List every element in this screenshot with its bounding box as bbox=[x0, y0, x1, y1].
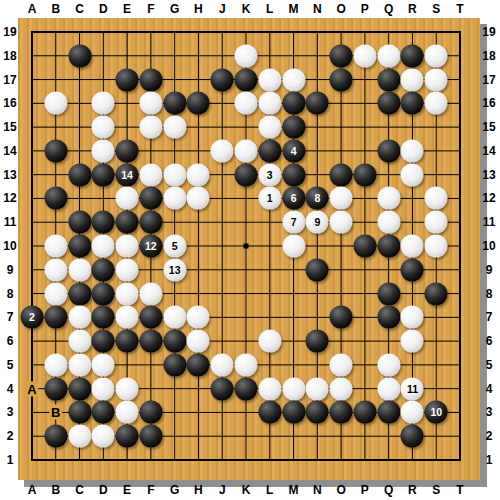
black-stone bbox=[353, 163, 376, 186]
coord-col-bottom: K bbox=[242, 483, 251, 497]
coord-row-right: 7 bbox=[486, 310, 493, 324]
black-stone bbox=[92, 163, 115, 186]
coord-row-right: 11 bbox=[483, 215, 496, 229]
coord-row-right: 14 bbox=[482, 144, 495, 158]
white-stone bbox=[330, 353, 353, 376]
white-stone bbox=[163, 116, 186, 139]
black-stone bbox=[116, 425, 139, 448]
white-stone bbox=[425, 187, 448, 210]
white-stone bbox=[235, 92, 258, 115]
white-stone bbox=[68, 306, 91, 329]
black-stone bbox=[116, 330, 139, 353]
white-stone bbox=[425, 211, 448, 234]
move-number-label: 8 bbox=[314, 193, 320, 204]
white-stone bbox=[92, 116, 115, 139]
black-stone bbox=[258, 401, 281, 424]
coord-col-bottom: M bbox=[289, 483, 299, 497]
white-stone bbox=[92, 353, 115, 376]
white-stone bbox=[425, 235, 448, 258]
coord-col-top: E bbox=[123, 2, 131, 16]
black-stone bbox=[353, 235, 376, 258]
coord-row-right: 8 bbox=[486, 287, 493, 301]
black-stone bbox=[282, 92, 305, 115]
black-stone bbox=[377, 282, 400, 305]
black-stone bbox=[425, 282, 448, 305]
black-stone bbox=[330, 44, 353, 67]
black-stone bbox=[306, 401, 329, 424]
black-stone bbox=[139, 425, 162, 448]
coord-row-left: 2 bbox=[7, 429, 14, 443]
black-stone bbox=[44, 139, 67, 162]
black-stone bbox=[211, 377, 234, 400]
coord-col-top: M bbox=[289, 2, 299, 16]
white-stone bbox=[139, 116, 162, 139]
coord-col-bottom: B bbox=[51, 483, 60, 497]
coord-row-right: 19 bbox=[482, 25, 495, 39]
black-stone bbox=[377, 401, 400, 424]
coord-col-top: C bbox=[75, 2, 84, 16]
black-stone bbox=[330, 401, 353, 424]
black-stone bbox=[330, 163, 353, 186]
black-stone bbox=[92, 306, 115, 329]
white-stone bbox=[68, 353, 91, 376]
black-stone bbox=[139, 401, 162, 424]
coord-col-bottom: H bbox=[194, 483, 203, 497]
black-stone bbox=[401, 258, 424, 281]
coord-row-right: 6 bbox=[486, 334, 493, 348]
white-stone bbox=[377, 44, 400, 67]
coord-col-bottom: N bbox=[313, 483, 322, 497]
black-stone bbox=[235, 68, 258, 91]
coord-col-top: P bbox=[361, 2, 369, 16]
coord-row-right: 12 bbox=[482, 191, 495, 205]
black-stone bbox=[377, 139, 400, 162]
black-stone bbox=[377, 68, 400, 91]
white-stone bbox=[330, 211, 353, 234]
coord-col-top: L bbox=[266, 2, 273, 16]
coord-col-top: O bbox=[336, 2, 345, 16]
go-diagram: AABBCCDDEEFFGGHHJJKKLLMMNNOOPPQQRRSSTT19… bbox=[0, 0, 500, 500]
black-stone bbox=[282, 116, 305, 139]
white-stone bbox=[116, 235, 139, 258]
white-stone bbox=[44, 282, 67, 305]
white-stone bbox=[187, 187, 210, 210]
black-stone bbox=[92, 330, 115, 353]
white-stone bbox=[92, 235, 115, 258]
white-stone bbox=[68, 425, 91, 448]
white-stone bbox=[401, 235, 424, 258]
black-stone bbox=[44, 425, 67, 448]
black-stone bbox=[401, 425, 424, 448]
white-stone bbox=[235, 44, 258, 67]
black-stone bbox=[306, 330, 329, 353]
white-stone bbox=[68, 330, 91, 353]
white-stone bbox=[377, 211, 400, 234]
black-stone bbox=[401, 92, 424, 115]
coord-col-top: K bbox=[242, 2, 251, 16]
white-stone bbox=[425, 68, 448, 91]
coord-row-right: 18 bbox=[482, 49, 495, 63]
coord-row-right: 17 bbox=[482, 73, 495, 87]
white-stone bbox=[44, 92, 67, 115]
black-stone bbox=[139, 306, 162, 329]
coord-col-top: B bbox=[51, 2, 60, 16]
black-stone bbox=[44, 306, 67, 329]
coord-row-right: 4 bbox=[486, 382, 493, 396]
move-number-label: 13 bbox=[169, 264, 181, 275]
coord-col-bottom: P bbox=[361, 483, 369, 497]
black-stone bbox=[116, 139, 139, 162]
coord-row-right: 16 bbox=[482, 96, 495, 110]
white-stone bbox=[330, 187, 353, 210]
coord-col-bottom: J bbox=[219, 483, 226, 497]
coord-col-top: G bbox=[170, 2, 179, 16]
move-number-label: 5 bbox=[172, 241, 178, 252]
move-number-label: 7 bbox=[291, 217, 297, 228]
black-stone bbox=[92, 211, 115, 234]
white-stone bbox=[282, 377, 305, 400]
white-stone bbox=[425, 92, 448, 115]
coord-row-left: 1 bbox=[7, 453, 14, 467]
coord-col-bottom: T bbox=[456, 483, 463, 497]
white-stone bbox=[258, 116, 281, 139]
coord-row-right: 13 bbox=[482, 168, 495, 182]
black-stone bbox=[163, 330, 186, 353]
coord-row-left: 15 bbox=[3, 120, 16, 134]
coord-row-left: 12 bbox=[3, 191, 16, 205]
white-stone bbox=[330, 377, 353, 400]
white-stone bbox=[401, 401, 424, 424]
black-stone bbox=[163, 353, 186, 376]
coord-row-right: 15 bbox=[482, 120, 495, 134]
black-stone bbox=[235, 163, 258, 186]
coord-row-left: 6 bbox=[7, 334, 14, 348]
coord-row-left: 7 bbox=[7, 310, 14, 324]
move-number-label: 11 bbox=[407, 383, 418, 394]
black-stone bbox=[139, 211, 162, 234]
coord-row-right: 5 bbox=[486, 358, 493, 372]
coord-row-left: 17 bbox=[3, 73, 16, 87]
black-stone bbox=[68, 235, 91, 258]
white-stone bbox=[116, 401, 139, 424]
coord-col-bottom: R bbox=[408, 483, 417, 497]
coord-col-top: S bbox=[432, 2, 440, 16]
black-stone bbox=[330, 306, 353, 329]
black-stone bbox=[163, 92, 186, 115]
white-stone bbox=[235, 353, 258, 376]
coord-col-bottom: O bbox=[336, 483, 345, 497]
black-stone bbox=[92, 282, 115, 305]
white-stone bbox=[92, 92, 115, 115]
white-stone bbox=[235, 139, 258, 162]
white-stone bbox=[258, 377, 281, 400]
black-stone bbox=[187, 92, 210, 115]
coord-col-bottom: C bbox=[75, 483, 84, 497]
white-stone bbox=[139, 282, 162, 305]
white-stone bbox=[377, 187, 400, 210]
black-stone bbox=[353, 401, 376, 424]
white-stone bbox=[116, 258, 139, 281]
black-stone bbox=[187, 353, 210, 376]
black-stone bbox=[282, 401, 305, 424]
coord-col-top: F bbox=[147, 2, 154, 16]
coord-row-left: 19 bbox=[3, 25, 16, 39]
black-stone bbox=[235, 377, 258, 400]
white-stone bbox=[139, 92, 162, 115]
coord-col-bottom: F bbox=[147, 483, 154, 497]
coord-col-top: N bbox=[313, 2, 322, 16]
black-stone bbox=[68, 211, 91, 234]
coord-row-right: 2 bbox=[486, 429, 493, 443]
move-number-label: 6 bbox=[291, 193, 297, 204]
coord-col-top: R bbox=[408, 2, 417, 16]
move-number-label: 9 bbox=[314, 217, 320, 228]
white-stone bbox=[187, 306, 210, 329]
black-stone bbox=[139, 187, 162, 210]
coord-row-left: 9 bbox=[7, 263, 14, 277]
point-letter-label: B bbox=[49, 405, 62, 420]
coord-row-right: 9 bbox=[486, 263, 493, 277]
black-stone bbox=[116, 211, 139, 234]
black-stone bbox=[258, 139, 281, 162]
move-number-label: 10 bbox=[430, 407, 442, 418]
black-stone bbox=[377, 92, 400, 115]
coord-row-left: 5 bbox=[7, 358, 14, 372]
white-stone bbox=[116, 282, 139, 305]
white-stone bbox=[116, 187, 139, 210]
coord-row-left: 13 bbox=[3, 168, 16, 182]
white-stone bbox=[68, 258, 91, 281]
black-stone bbox=[377, 306, 400, 329]
white-stone bbox=[353, 44, 376, 67]
black-stone bbox=[92, 258, 115, 281]
coord-col-bottom: L bbox=[266, 483, 273, 497]
white-stone bbox=[139, 163, 162, 186]
white-stone bbox=[163, 163, 186, 186]
black-stone bbox=[68, 377, 91, 400]
black-stone bbox=[401, 44, 424, 67]
white-stone bbox=[377, 377, 400, 400]
white-stone bbox=[163, 187, 186, 210]
move-number-label: 14 bbox=[121, 169, 133, 180]
black-stone bbox=[44, 187, 67, 210]
white-stone bbox=[92, 425, 115, 448]
coord-row-right: 3 bbox=[486, 405, 493, 419]
coord-col-bottom: D bbox=[99, 483, 108, 497]
white-stone bbox=[258, 92, 281, 115]
white-stone bbox=[44, 353, 67, 376]
move-number-label: 4 bbox=[291, 145, 297, 156]
coord-row-right: 1 bbox=[486, 453, 493, 467]
coord-row-left: 11 bbox=[4, 215, 17, 229]
coord-col-top: Q bbox=[384, 2, 393, 16]
coord-col-top: A bbox=[28, 2, 37, 16]
black-stone bbox=[92, 401, 115, 424]
white-stone bbox=[401, 68, 424, 91]
coord-col-bottom: A bbox=[28, 483, 37, 497]
white-stone bbox=[401, 163, 424, 186]
coord-col-top: J bbox=[219, 2, 226, 16]
white-stone bbox=[163, 306, 186, 329]
black-stone bbox=[211, 68, 234, 91]
white-stone bbox=[401, 330, 424, 353]
coord-row-left: 4 bbox=[7, 382, 14, 396]
coord-col-bottom: Q bbox=[384, 483, 393, 497]
white-stone bbox=[187, 330, 210, 353]
star-point bbox=[244, 244, 249, 249]
black-stone bbox=[377, 235, 400, 258]
black-stone bbox=[282, 163, 305, 186]
white-stone bbox=[92, 377, 115, 400]
white-stone bbox=[116, 306, 139, 329]
white-stone bbox=[211, 139, 234, 162]
coord-row-left: 8 bbox=[7, 287, 14, 301]
white-stone bbox=[116, 377, 139, 400]
coord-col-bottom: E bbox=[123, 483, 131, 497]
point-letter-label: A bbox=[25, 381, 38, 396]
white-stone bbox=[425, 44, 448, 67]
move-number-label: 3 bbox=[267, 169, 273, 180]
black-stone bbox=[68, 44, 91, 67]
move-number-label: 12 bbox=[145, 241, 157, 252]
white-stone bbox=[282, 235, 305, 258]
coord-col-top: H bbox=[194, 2, 203, 16]
white-stone bbox=[258, 68, 281, 91]
white-stone bbox=[401, 306, 424, 329]
black-stone bbox=[330, 68, 353, 91]
white-stone bbox=[187, 163, 210, 186]
coord-row-left: 14 bbox=[3, 144, 16, 158]
coord-row-left: 10 bbox=[3, 239, 16, 253]
black-stone bbox=[68, 401, 91, 424]
white-stone bbox=[401, 139, 424, 162]
coord-col-bottom: G bbox=[170, 483, 179, 497]
coord-row-left: 16 bbox=[3, 96, 16, 110]
black-stone bbox=[306, 92, 329, 115]
white-stone bbox=[211, 353, 234, 376]
white-stone bbox=[306, 377, 329, 400]
white-stone bbox=[44, 235, 67, 258]
coord-row-right: 10 bbox=[482, 239, 495, 253]
black-stone bbox=[139, 330, 162, 353]
coord-col-top: D bbox=[99, 2, 108, 16]
black-stone bbox=[116, 68, 139, 91]
white-stone bbox=[377, 353, 400, 376]
black-stone bbox=[68, 282, 91, 305]
black-stone bbox=[44, 377, 67, 400]
coord-row-left: 3 bbox=[7, 405, 14, 419]
move-number-label: 2 bbox=[29, 312, 35, 323]
coord-col-bottom: S bbox=[432, 483, 440, 497]
move-number-label: 1 bbox=[267, 193, 273, 204]
coord-col-top: T bbox=[456, 2, 463, 16]
black-stone bbox=[68, 163, 91, 186]
white-stone bbox=[92, 139, 115, 162]
coord-row-left: 18 bbox=[3, 49, 16, 63]
black-stone bbox=[306, 258, 329, 281]
black-stone bbox=[139, 68, 162, 91]
white-stone bbox=[282, 68, 305, 91]
white-stone bbox=[258, 330, 281, 353]
white-stone bbox=[44, 258, 67, 281]
